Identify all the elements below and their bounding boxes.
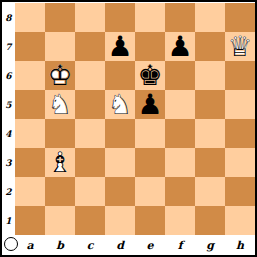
rank-label-1: 1 xyxy=(2,206,15,235)
square-c7[interactable] xyxy=(75,32,105,61)
file-label-a: a xyxy=(15,235,45,255)
square-b7[interactable] xyxy=(45,32,75,61)
file-labels: abcdefgh xyxy=(15,235,255,255)
rank-label-5: 5 xyxy=(2,90,15,119)
square-d6[interactable] xyxy=(105,61,135,90)
black-pawn-f7[interactable]: ♟ xyxy=(165,32,195,61)
square-b1[interactable] xyxy=(45,206,75,235)
square-h8[interactable] xyxy=(225,3,255,32)
white-knight-icon: ♘ xyxy=(45,90,75,119)
square-c5[interactable] xyxy=(75,90,105,119)
black-pawn-e5[interactable]: ♟ xyxy=(135,90,165,119)
square-c3[interactable] xyxy=(75,148,105,177)
square-g7[interactable] xyxy=(195,32,225,61)
black-pawn-icon: ♟ xyxy=(135,90,165,119)
square-f7[interactable]: ♟ xyxy=(165,32,195,61)
square-a5[interactable] xyxy=(15,90,45,119)
chess-board: ♟♟♛♕♚♔♚♞♘♞♘♟♝♗ xyxy=(15,3,255,235)
square-h4[interactable] xyxy=(225,119,255,148)
white-queen-h7[interactable]: ♛♕ xyxy=(225,32,255,61)
square-a8[interactable] xyxy=(15,3,45,32)
square-g4[interactable] xyxy=(195,119,225,148)
square-f1[interactable] xyxy=(165,206,195,235)
square-h7[interactable]: ♛♕ xyxy=(225,32,255,61)
square-a3[interactable] xyxy=(15,148,45,177)
white-knight-d5[interactable]: ♞♘ xyxy=(105,90,135,119)
square-c4[interactable] xyxy=(75,119,105,148)
square-b6[interactable]: ♚♔ xyxy=(45,61,75,90)
square-a2[interactable] xyxy=(15,177,45,206)
square-d1[interactable] xyxy=(105,206,135,235)
square-b5[interactable]: ♞♘ xyxy=(45,90,75,119)
white-queen-icon: ♕ xyxy=(225,32,255,61)
square-d5[interactable]: ♞♘ xyxy=(105,90,135,119)
file-label-e: e xyxy=(135,235,165,255)
square-c1[interactable] xyxy=(75,206,105,235)
file-label-c: c xyxy=(75,235,105,255)
square-e4[interactable] xyxy=(135,119,165,148)
square-f5[interactable] xyxy=(165,90,195,119)
square-f6[interactable] xyxy=(165,61,195,90)
square-h6[interactable] xyxy=(225,61,255,90)
square-f8[interactable] xyxy=(165,3,195,32)
square-g8[interactable] xyxy=(195,3,225,32)
white-knight-b5[interactable]: ♞♘ xyxy=(45,90,75,119)
file-label-d: d xyxy=(105,235,135,255)
white-king-b6[interactable]: ♚♔ xyxy=(45,61,75,90)
rank-labels: 87654321 xyxy=(2,3,15,235)
square-h5[interactable] xyxy=(225,90,255,119)
white-bishop-b3[interactable]: ♝♗ xyxy=(45,148,75,177)
square-e2[interactable] xyxy=(135,177,165,206)
black-king-e6[interactable]: ♚ xyxy=(135,61,165,90)
square-g2[interactable] xyxy=(195,177,225,206)
square-c6[interactable] xyxy=(75,61,105,90)
rank-label-8: 8 xyxy=(2,3,15,32)
square-b3[interactable]: ♝♗ xyxy=(45,148,75,177)
white-knight-icon: ♘ xyxy=(105,90,135,119)
square-b2[interactable] xyxy=(45,177,75,206)
square-h2[interactable] xyxy=(225,177,255,206)
square-c8[interactable] xyxy=(75,3,105,32)
square-d7[interactable]: ♟ xyxy=(105,32,135,61)
rank-label-3: 3 xyxy=(2,148,15,177)
square-f2[interactable] xyxy=(165,177,195,206)
chess-diagram: 87654321 ♟♟♛♕♚♔♚♞♘♞♘♟♝♗ abcdefgh xyxy=(0,0,257,257)
square-b8[interactable] xyxy=(45,3,75,32)
square-d3[interactable] xyxy=(105,148,135,177)
square-e3[interactable] xyxy=(135,148,165,177)
black-king-icon: ♚ xyxy=(135,61,165,90)
rank-label-4: 4 xyxy=(2,119,15,148)
square-a7[interactable] xyxy=(15,32,45,61)
file-label-g: g xyxy=(195,235,225,255)
square-f3[interactable] xyxy=(165,148,195,177)
square-e8[interactable] xyxy=(135,3,165,32)
side-to-move-indicator xyxy=(4,237,18,251)
rank-label-2: 2 xyxy=(2,177,15,206)
square-d4[interactable] xyxy=(105,119,135,148)
square-d2[interactable] xyxy=(105,177,135,206)
square-e6[interactable]: ♚ xyxy=(135,61,165,90)
rank-label-7: 7 xyxy=(2,32,15,61)
square-g1[interactable] xyxy=(195,206,225,235)
black-pawn-d7[interactable]: ♟ xyxy=(105,32,135,61)
square-a1[interactable] xyxy=(15,206,45,235)
white-bishop-icon: ♗ xyxy=(45,148,75,177)
square-h3[interactable] xyxy=(225,148,255,177)
square-e7[interactable] xyxy=(135,32,165,61)
square-h1[interactable] xyxy=(225,206,255,235)
file-label-f: f xyxy=(165,235,195,255)
black-pawn-icon: ♟ xyxy=(165,32,195,61)
file-label-h: h xyxy=(225,235,255,255)
square-e1[interactable] xyxy=(135,206,165,235)
square-c2[interactable] xyxy=(75,177,105,206)
file-label-b: b xyxy=(45,235,75,255)
square-g5[interactable] xyxy=(195,90,225,119)
white-king-icon: ♔ xyxy=(45,61,75,90)
square-a4[interactable] xyxy=(15,119,45,148)
square-e5[interactable]: ♟ xyxy=(135,90,165,119)
square-f4[interactable] xyxy=(165,119,195,148)
black-pawn-icon: ♟ xyxy=(105,32,135,61)
square-b4[interactable] xyxy=(45,119,75,148)
square-g3[interactable] xyxy=(195,148,225,177)
square-d8[interactable] xyxy=(105,3,135,32)
rank-label-6: 6 xyxy=(2,61,15,90)
square-a6[interactable] xyxy=(15,61,45,90)
square-g6[interactable] xyxy=(195,61,225,90)
